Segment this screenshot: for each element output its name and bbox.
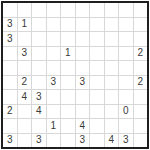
cell-r7c3[interactable]: [47, 105, 61, 119]
cell-r2c8[interactable]: [119, 32, 133, 46]
cell-r0c3[interactable]: [47, 3, 61, 17]
cell-r1c8[interactable]: [119, 18, 133, 32]
cell-r3c0[interactable]: [3, 47, 17, 61]
cell-r8c2[interactable]: [32, 119, 46, 133]
cell-r4c7[interactable]: [105, 61, 119, 75]
cell-r0c2[interactable]: [32, 3, 46, 17]
cell-r3c8[interactable]: [119, 47, 133, 61]
cell-r9c4[interactable]: [61, 134, 75, 148]
cell-r6c5[interactable]: [76, 90, 90, 104]
cell-r8c6[interactable]: [90, 119, 104, 133]
cell-r8c9[interactable]: [134, 119, 148, 133]
cell-r2c9[interactable]: [134, 32, 148, 46]
cell-r9c3[interactable]: [47, 134, 61, 148]
clue-cell-r5c3[interactable]: 3: [47, 76, 61, 90]
cell-r6c9[interactable]: [134, 90, 148, 104]
cell-r7c9[interactable]: [134, 105, 148, 119]
clue-cell-r1c0[interactable]: 3: [3, 18, 17, 32]
cell-r3c6[interactable]: [90, 47, 104, 61]
cell-r6c6[interactable]: [90, 90, 104, 104]
cell-r0c6[interactable]: [90, 3, 104, 17]
cell-r1c2[interactable]: [32, 18, 46, 32]
cell-r5c2[interactable]: [32, 76, 46, 90]
cell-r2c7[interactable]: [105, 32, 119, 46]
cell-r0c4[interactable]: [61, 3, 75, 17]
clue-cell-r8c3[interactable]: 1: [47, 119, 61, 133]
clue-cell-r6c2[interactable]: 3: [32, 90, 46, 104]
cell-r2c6[interactable]: [90, 32, 104, 46]
cell-r0c7[interactable]: [105, 3, 119, 17]
cell-r3c2[interactable]: [32, 47, 46, 61]
cell-r1c5[interactable]: [76, 18, 90, 32]
cell-r0c0[interactable]: [3, 3, 17, 17]
cell-r4c3[interactable]: [47, 61, 61, 75]
cell-r1c6[interactable]: [90, 18, 104, 32]
clue-cell-r7c2[interactable]: 4: [32, 105, 46, 119]
cell-r8c1[interactable]: [18, 119, 32, 133]
cell-r2c3[interactable]: [47, 32, 61, 46]
cell-r4c0[interactable]: [3, 61, 17, 75]
clue-cell-r9c0[interactable]: 3: [3, 134, 17, 148]
cell-r1c7[interactable]: [105, 18, 119, 32]
cell-r5c8[interactable]: [119, 76, 133, 90]
cell-r7c1[interactable]: [18, 105, 32, 119]
clue-cell-r7c0[interactable]: 2: [3, 105, 17, 119]
cell-r5c0[interactable]: [3, 76, 17, 90]
cell-r1c9[interactable]: [134, 18, 148, 32]
clue-cell-r7c8[interactable]: 0: [119, 105, 133, 119]
cell-r3c7[interactable]: [105, 47, 119, 61]
cell-r8c0[interactable]: [3, 119, 17, 133]
puzzle-board: 3133122332432401433343: [1, 1, 149, 149]
clue-cell-r9c2[interactable]: 3: [32, 134, 46, 148]
cell-r2c5[interactable]: [76, 32, 90, 46]
cell-r6c3[interactable]: [47, 90, 61, 104]
clue-cell-r5c1[interactable]: 2: [18, 76, 32, 90]
cell-r0c8[interactable]: [119, 3, 133, 17]
cell-r7c4[interactable]: [61, 105, 75, 119]
clue-cell-r3c4[interactable]: 1: [61, 47, 75, 61]
cell-r1c4[interactable]: [61, 18, 75, 32]
cell-r4c9[interactable]: [134, 61, 148, 75]
clue-cell-r2c0[interactable]: 3: [3, 32, 17, 46]
clue-cell-r3c9[interactable]: 2: [134, 47, 148, 61]
cell-r8c8[interactable]: [119, 119, 133, 133]
cell-r4c6[interactable]: [90, 61, 104, 75]
cell-r5c7[interactable]: [105, 76, 119, 90]
clue-cell-r6c1[interactable]: 4: [18, 90, 32, 104]
cell-r6c4[interactable]: [61, 90, 75, 104]
cell-r8c4[interactable]: [61, 119, 75, 133]
cell-r4c5[interactable]: [76, 61, 90, 75]
clue-cell-r5c9[interactable]: 2: [134, 76, 148, 90]
cell-r7c6[interactable]: [90, 105, 104, 119]
cell-r9c6[interactable]: [90, 134, 104, 148]
cell-r0c1[interactable]: [18, 3, 32, 17]
cell-r4c8[interactable]: [119, 61, 133, 75]
cell-r6c8[interactable]: [119, 90, 133, 104]
clue-cell-r9c7[interactable]: 4: [105, 134, 119, 148]
cell-r4c1[interactable]: [18, 61, 32, 75]
clue-cell-r1c1[interactable]: 1: [18, 18, 32, 32]
clue-cell-r8c5[interactable]: 4: [76, 119, 90, 133]
clue-cell-r9c8[interactable]: 3: [119, 134, 133, 148]
cell-r5c4[interactable]: [61, 76, 75, 90]
clue-cell-r9c5[interactable]: 3: [76, 134, 90, 148]
cell-r2c2[interactable]: [32, 32, 46, 46]
cell-r2c1[interactable]: [18, 32, 32, 46]
clue-cell-r5c5[interactable]: 3: [76, 76, 90, 90]
cell-r3c3[interactable]: [47, 47, 61, 61]
cell-r4c2[interactable]: [32, 61, 46, 75]
cell-r3c5[interactable]: [76, 47, 90, 61]
clue-cell-r3c1[interactable]: 3: [18, 47, 32, 61]
cell-r4c4[interactable]: [61, 61, 75, 75]
cell-r7c5[interactable]: [76, 105, 90, 119]
cell-r7c7[interactable]: [105, 105, 119, 119]
cell-r2c4[interactable]: [61, 32, 75, 46]
cell-r6c0[interactable]: [3, 90, 17, 104]
cell-r5c6[interactable]: [90, 76, 104, 90]
cell-r0c9[interactable]: [134, 3, 148, 17]
cell-r8c7[interactable]: [105, 119, 119, 133]
cell-r9c9[interactable]: [134, 134, 148, 148]
cell-r1c3[interactable]: [47, 18, 61, 32]
cell-r0c5[interactable]: [76, 3, 90, 17]
cell-r9c1[interactable]: [18, 134, 32, 148]
cell-r6c7[interactable]: [105, 90, 119, 104]
